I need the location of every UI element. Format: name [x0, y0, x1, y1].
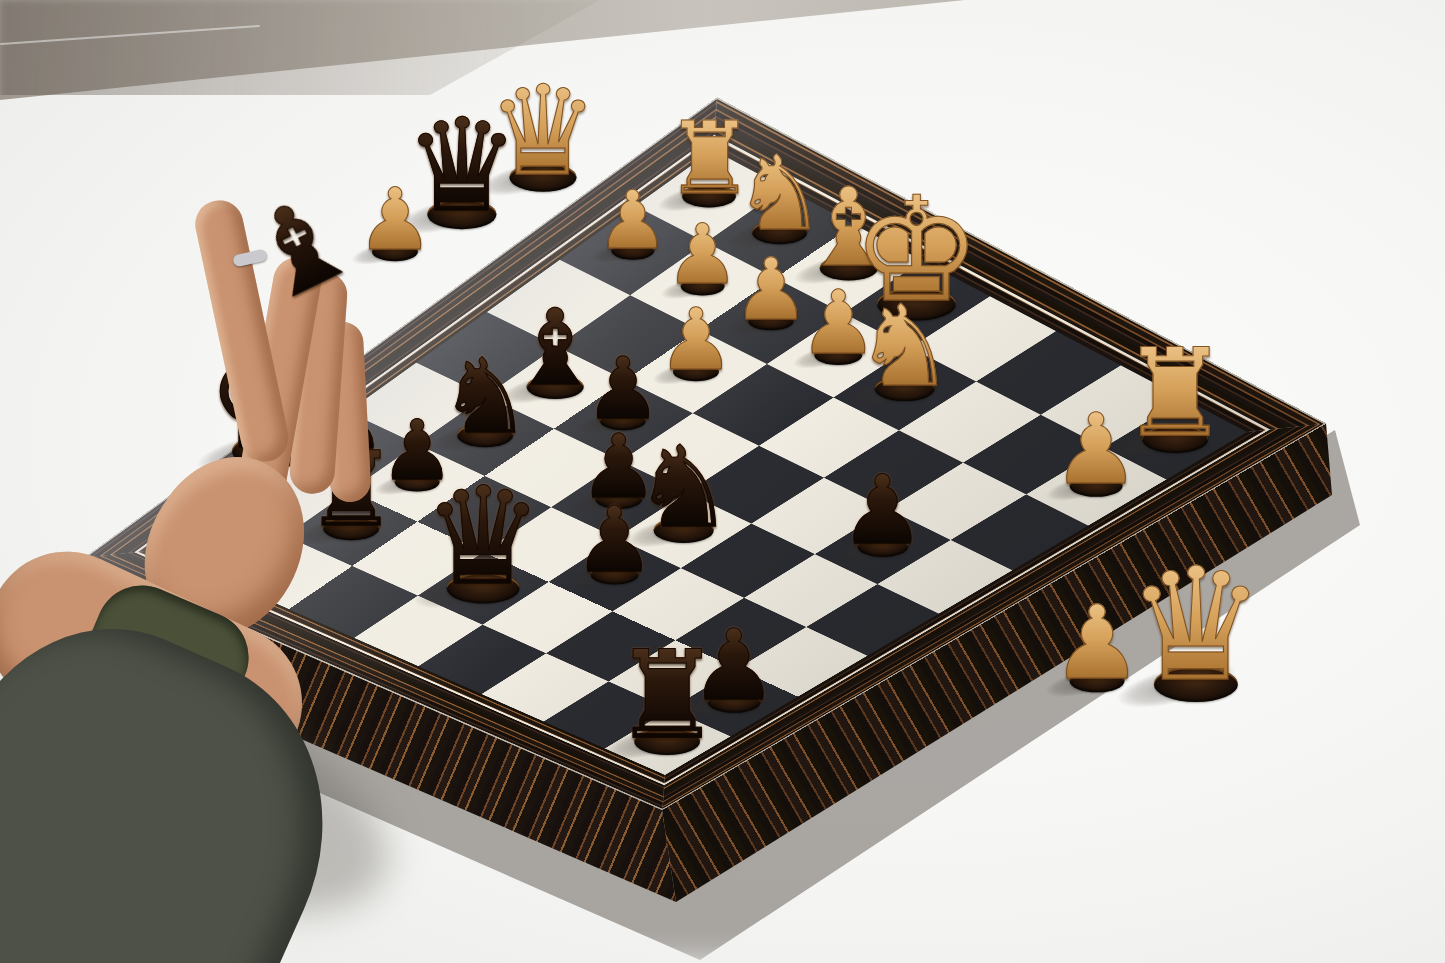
piece-light-pawn-f6[interactable]: ♟: [658, 297, 735, 382]
piece-light-queen-offboard[interactable]: ♛: [1126, 548, 1266, 704]
piece-dark-pawn-e2[interactable]: ♟: [840, 463, 925, 558]
piece-dark-rook-a1[interactable]: ♜: [613, 635, 722, 757]
piece-light-knight-g4[interactable]: ♞: [854, 291, 955, 403]
piece-light-pawn-offboard[interactable]: ♟: [357, 177, 434, 263]
piece-light-pawn-g1[interactable]: ♟: [1052, 401, 1140, 499]
piece-dark-pawn-c4[interactable]: ♟: [574, 496, 655, 586]
piece-dark-queen-b5[interactable]: ♛: [423, 470, 544, 605]
piece-light-pawn-g6[interactable]: ♟: [733, 246, 810, 331]
piece-light-pawn-g8[interactable]: ♟: [597, 180, 669, 260]
scene-stage: ♟♟♜♜♟♞♝♟♞♟♟♟♝♛♟♟♚♟♞♞♟♜♟♟♜♟♛♛♚♟♟♛♝: [0, 0, 1445, 963]
piece-light-pawn-g7[interactable]: ♟: [665, 214, 739, 297]
